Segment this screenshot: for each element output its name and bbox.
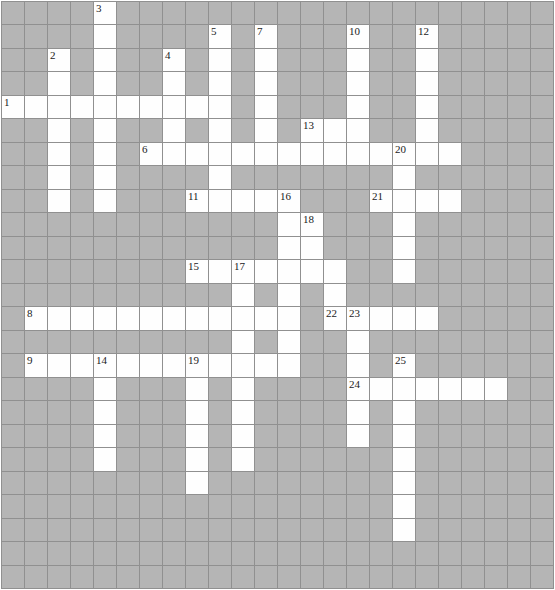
blocked-cell-r5c20 [462, 119, 484, 141]
blocked-cell-r22c2 [48, 519, 70, 541]
blocked-cell-r0c7 [163, 2, 185, 24]
answer-cell-r18c17[interactable] [393, 425, 415, 447]
blocked-cell-r3c20 [462, 72, 484, 94]
blocked-cell-r24c7 [163, 566, 185, 588]
blocked-cell-r0c9 [209, 2, 231, 24]
blocked-cell-r6c5 [117, 143, 139, 165]
answer-cell-r6c7[interactable] [163, 143, 185, 165]
answer-cell-r15c4[interactable]: 14 [94, 354, 116, 376]
blocked-cell-r24c16 [370, 566, 392, 588]
answer-cell-r13c3[interactable] [71, 307, 93, 329]
blocked-cell-r17c5 [117, 401, 139, 423]
answer-cell-r5c2[interactable] [48, 119, 70, 141]
answer-cell-r3c18[interactable] [416, 72, 438, 94]
answer-cell-r9c17[interactable] [393, 213, 415, 235]
answer-cell-r15c3[interactable] [71, 354, 93, 376]
blocked-cell-r24c17 [393, 566, 415, 588]
blocked-cell-r10c0 [2, 237, 24, 259]
blocked-cell-r17c23 [531, 401, 553, 423]
answer-cell-r4c3[interactable] [71, 96, 93, 118]
answer-cell-r8c4[interactable] [94, 190, 116, 212]
answer-cell-r16c16[interactable] [370, 378, 392, 400]
answer-cell-r11c9[interactable] [209, 260, 231, 282]
blocked-cell-r18c18 [416, 425, 438, 447]
answer-cell-r12c14[interactable] [324, 284, 346, 306]
blocked-cell-r8c13 [301, 190, 323, 212]
answer-cell-r13c16[interactable] [370, 307, 392, 329]
answer-cell-r3c15[interactable] [347, 72, 369, 94]
answer-cell-r1c11[interactable]: 7 [255, 25, 277, 47]
answer-cell-r8c16[interactable]: 21 [370, 190, 392, 212]
blocked-cell-r20c21 [485, 472, 507, 494]
blocked-cell-r11c15 [347, 260, 369, 282]
blocked-cell-r20c7 [163, 472, 185, 494]
answer-cell-r3c11[interactable] [255, 72, 277, 94]
blocked-cell-r9c21 [485, 213, 507, 235]
answer-cell-r4c5[interactable] [117, 96, 139, 118]
blocked-cell-r9c1 [25, 213, 47, 235]
blocked-cell-r5c8 [186, 119, 208, 141]
answer-cell-r9c12[interactable] [278, 213, 300, 235]
answer-cell-r1c15[interactable]: 10 [347, 25, 369, 47]
answer-cell-r4c15[interactable] [347, 96, 369, 118]
answer-cell-r13c5[interactable] [117, 307, 139, 329]
answer-cell-r13c2[interactable] [48, 307, 70, 329]
answer-cell-r3c4[interactable] [94, 72, 116, 94]
blocked-cell-r17c0 [2, 401, 24, 423]
blocked-cell-r12c1 [25, 284, 47, 306]
answer-cell-r13c9[interactable] [209, 307, 231, 329]
blocked-cell-r2c8 [186, 49, 208, 71]
blocked-cell-r11c20 [462, 260, 484, 282]
blocked-cell-r17c20 [462, 401, 484, 423]
blocked-cell-r19c11 [255, 448, 277, 470]
answer-cell-r13c14[interactable]: 22 [324, 307, 346, 329]
answer-cell-r2c2[interactable]: 2 [48, 49, 70, 71]
blocked-cell-r2c16 [370, 49, 392, 71]
answer-cell-r9c13[interactable]: 18 [301, 213, 323, 235]
blocked-cell-r23c2 [48, 542, 70, 564]
answer-cell-r5c11[interactable] [255, 119, 277, 141]
clue-number-10: 10 [349, 25, 360, 37]
blocked-cell-r22c8 [186, 519, 208, 541]
blocked-cell-r9c0 [2, 213, 24, 235]
answer-cell-r11c17[interactable] [393, 260, 415, 282]
answer-cell-r15c2[interactable] [48, 354, 70, 376]
blocked-cell-r13c19 [439, 307, 461, 329]
answer-cell-r19c10[interactable] [232, 448, 254, 470]
answer-cell-r6c6[interactable]: 6 [140, 143, 162, 165]
blocked-cell-r8c22 [508, 190, 530, 212]
blocked-cell-r12c23 [531, 284, 553, 306]
answer-cell-r6c17[interactable]: 20 [393, 143, 415, 165]
blocked-cell-r23c14 [324, 542, 346, 564]
blocked-cell-r24c19 [439, 566, 461, 588]
blocked-cell-r4c10 [232, 96, 254, 118]
blocked-cell-r17c1 [25, 401, 47, 423]
blocked-cell-r21c3 [71, 495, 93, 517]
blocked-cell-r23c13 [301, 542, 323, 564]
answer-cell-r5c18[interactable] [416, 119, 438, 141]
blocked-cell-r2c12 [278, 49, 300, 71]
answer-cell-r22c17[interactable] [393, 519, 415, 541]
answer-cell-r4c11[interactable] [255, 96, 277, 118]
answer-cell-r10c13[interactable] [301, 237, 323, 259]
answer-cell-r19c4[interactable] [94, 448, 116, 470]
answer-cell-r13c1[interactable]: 8 [25, 307, 47, 329]
answer-cell-r13c10[interactable] [232, 307, 254, 329]
answer-cell-r13c4[interactable] [94, 307, 116, 329]
blocked-cell-r15c19 [439, 354, 461, 376]
answer-cell-r16c19[interactable] [439, 378, 461, 400]
answer-cell-r16c21[interactable] [485, 378, 507, 400]
answer-cell-r11c8[interactable]: 15 [186, 260, 208, 282]
blocked-cell-r20c16 [370, 472, 392, 494]
answer-cell-r18c4[interactable] [94, 425, 116, 447]
answer-cell-r13c7[interactable] [163, 307, 185, 329]
answer-cell-r13c11[interactable] [255, 307, 277, 329]
blocked-cell-r8c3 [71, 190, 93, 212]
answer-cell-r6c12[interactable] [278, 143, 300, 165]
blocked-cell-r18c9 [209, 425, 231, 447]
answer-cell-r10c12[interactable] [278, 237, 300, 259]
blocked-cell-r14c16 [370, 331, 392, 353]
blocked-cell-r8c7 [163, 190, 185, 212]
answer-cell-r15c15[interactable] [347, 354, 369, 376]
blocked-cell-r10c11 [255, 237, 277, 259]
blocked-cell-r5c19 [439, 119, 461, 141]
blocked-cell-r21c9 [209, 495, 231, 517]
answer-cell-r4c0[interactable]: 1 [2, 96, 24, 118]
blocked-cell-r12c8 [186, 284, 208, 306]
answer-cell-r13c6[interactable] [140, 307, 162, 329]
answer-cell-r1c18[interactable]: 12 [416, 25, 438, 47]
blocked-cell-r3c1 [25, 72, 47, 94]
answer-cell-r15c11[interactable] [255, 354, 277, 376]
answer-cell-r4c8[interactable] [186, 96, 208, 118]
answer-cell-r15c1[interactable]: 9 [25, 354, 47, 376]
answer-cell-r18c15[interactable] [347, 425, 369, 447]
blocked-cell-r21c21 [485, 495, 507, 517]
answer-cell-r17c15[interactable] [347, 401, 369, 423]
blocked-cell-r6c21 [485, 143, 507, 165]
answer-cell-r19c8[interactable] [186, 448, 208, 470]
answer-cell-r21c17[interactable] [393, 495, 415, 517]
answer-cell-r4c2[interactable] [48, 96, 70, 118]
blocked-cell-r22c14 [324, 519, 346, 541]
blocked-cell-r7c21 [485, 166, 507, 188]
blocked-cell-r0c13 [301, 2, 323, 24]
blocked-cell-r15c13 [301, 354, 323, 376]
blocked-cell-r7c1 [25, 166, 47, 188]
answer-cell-r5c15[interactable] [347, 119, 369, 141]
answer-cell-r7c17[interactable] [393, 166, 415, 188]
answer-cell-r15c8[interactable]: 19 [186, 354, 208, 376]
answer-cell-r5c4[interactable] [94, 119, 116, 141]
blocked-cell-r21c8 [186, 495, 208, 517]
answer-cell-r5c7[interactable] [163, 119, 185, 141]
answer-cell-r2c7[interactable]: 4 [163, 49, 185, 71]
answer-cell-r12c10[interactable] [232, 284, 254, 306]
blocked-cell-r9c19 [439, 213, 461, 235]
answer-cell-r6c16[interactable] [370, 143, 392, 165]
answer-cell-r2c11[interactable] [255, 49, 277, 71]
answer-cell-r6c19[interactable] [439, 143, 461, 165]
blocked-cell-r4c22 [508, 96, 530, 118]
blocked-cell-r4c14 [324, 96, 346, 118]
blocked-cell-r24c12 [278, 566, 300, 588]
answer-cell-r4c1[interactable] [25, 96, 47, 118]
answer-cell-r8c18[interactable] [416, 190, 438, 212]
answer-cell-r15c5[interactable] [117, 354, 139, 376]
answer-cell-r7c9[interactable] [209, 166, 231, 188]
answer-cell-r16c8[interactable] [186, 378, 208, 400]
answer-cell-r2c15[interactable] [347, 49, 369, 71]
answer-cell-r1c4[interactable] [94, 25, 116, 47]
blocked-cell-r14c22 [508, 331, 530, 353]
blocked-cell-r11c21 [485, 260, 507, 282]
blocked-cell-r0c20 [462, 2, 484, 24]
clue-number-14: 14 [96, 354, 107, 366]
answer-cell-r6c11[interactable] [255, 143, 277, 165]
blocked-cell-r1c8 [186, 25, 208, 47]
answer-cell-r4c4[interactable] [94, 96, 116, 118]
blocked-cell-r23c6 [140, 542, 162, 564]
answer-cell-r20c17[interactable] [393, 472, 415, 494]
answer-cell-r15c7[interactable] [163, 354, 185, 376]
blocked-cell-r8c15 [347, 190, 369, 212]
answer-cell-r16c20[interactable] [462, 378, 484, 400]
blocked-cell-r12c15 [347, 284, 369, 306]
answer-cell-r16c15[interactable]: 24 [347, 378, 369, 400]
answer-cell-r4c9[interactable] [209, 96, 231, 118]
blocked-cell-r6c0 [2, 143, 24, 165]
answer-cell-r6c2[interactable] [48, 143, 70, 165]
answer-cell-r16c17[interactable] [393, 378, 415, 400]
answer-cell-r6c14[interactable] [324, 143, 346, 165]
blocked-cell-r24c5 [117, 566, 139, 588]
blocked-cell-r20c19 [439, 472, 461, 494]
answer-cell-r8c19[interactable] [439, 190, 461, 212]
blocked-cell-r21c5 [117, 495, 139, 517]
answer-cell-r11c12[interactable] [278, 260, 300, 282]
blocked-cell-r12c21 [485, 284, 507, 306]
blocked-cell-r7c14 [324, 166, 346, 188]
answer-cell-r6c13[interactable] [301, 143, 323, 165]
answer-cell-r8c17[interactable] [393, 190, 415, 212]
answer-cell-r7c4[interactable] [94, 166, 116, 188]
answer-cell-r18c10[interactable] [232, 425, 254, 447]
blocked-cell-r0c23 [531, 2, 553, 24]
clue-number-16: 16 [280, 190, 291, 202]
answer-cell-r8c9[interactable] [209, 190, 231, 212]
blocked-cell-r1c23 [531, 25, 553, 47]
blocked-cell-r8c6 [140, 190, 162, 212]
blocked-cell-r24c0 [2, 566, 24, 588]
answer-cell-r5c14[interactable] [324, 119, 346, 141]
answer-cell-r6c15[interactable] [347, 143, 369, 165]
blocked-cell-r2c0 [2, 49, 24, 71]
answer-cell-r15c17[interactable]: 25 [393, 354, 415, 376]
crossword-grid: 3571012241136201116211815178222391419252… [1, 1, 554, 589]
answer-cell-r16c10[interactable] [232, 378, 254, 400]
blocked-cell-r23c11 [255, 542, 277, 564]
blocked-cell-r3c17 [393, 72, 415, 94]
blocked-cell-r14c11 [255, 331, 277, 353]
blocked-cell-r1c6 [140, 25, 162, 47]
blocked-cell-r10c19 [439, 237, 461, 259]
blocked-cell-r19c13 [301, 448, 323, 470]
answer-cell-r13c17[interactable] [393, 307, 415, 329]
answer-cell-r13c18[interactable] [416, 307, 438, 329]
blocked-cell-r5c22 [508, 119, 530, 141]
answer-cell-r2c18[interactable] [416, 49, 438, 71]
blocked-cell-r11c6 [140, 260, 162, 282]
blocked-cell-r23c1 [25, 542, 47, 564]
blocked-cell-r23c15 [347, 542, 369, 564]
answer-cell-r3c7[interactable] [163, 72, 185, 94]
blocked-cell-r16c11 [255, 378, 277, 400]
answer-cell-r2c4[interactable] [94, 49, 116, 71]
blocked-cell-r22c1 [25, 519, 47, 541]
blocked-cell-r17c21 [485, 401, 507, 423]
blocked-cell-r10c6 [140, 237, 162, 259]
blocked-cell-r18c12 [278, 425, 300, 447]
answer-cell-r6c9[interactable] [209, 143, 231, 165]
blocked-cell-r9c15 [347, 213, 369, 235]
blocked-cell-r0c12 [278, 2, 300, 24]
answer-cell-r8c11[interactable] [255, 190, 277, 212]
blocked-cell-r9c5 [117, 213, 139, 235]
answer-cell-r2c9[interactable] [209, 49, 231, 71]
clue-number-12: 12 [418, 25, 429, 37]
blocked-cell-r11c7 [163, 260, 185, 282]
answer-cell-r6c10[interactable] [232, 143, 254, 165]
answer-cell-r4c6[interactable] [140, 96, 162, 118]
blocked-cell-r18c22 [508, 425, 530, 447]
blocked-cell-r0c5 [117, 2, 139, 24]
blocked-cell-r12c0 [2, 284, 24, 306]
blocked-cell-r8c14 [324, 190, 346, 212]
answer-cell-r16c4[interactable] [94, 378, 116, 400]
blocked-cell-r10c18 [416, 237, 438, 259]
answer-cell-r11c14[interactable] [324, 260, 346, 282]
blocked-cell-r22c20 [462, 519, 484, 541]
answer-cell-r1c9[interactable]: 5 [209, 25, 231, 47]
blocked-cell-r0c18 [416, 2, 438, 24]
clue-number-24: 24 [349, 378, 360, 390]
blocked-cell-r14c13 [301, 331, 323, 353]
blocked-cell-r8c21 [485, 190, 507, 212]
answer-cell-r5c13[interactable]: 13 [301, 119, 323, 141]
answer-cell-r7c2[interactable] [48, 166, 70, 188]
blocked-cell-r2c5 [117, 49, 139, 71]
answer-cell-r8c10[interactable] [232, 190, 254, 212]
blocked-cell-r24c23 [531, 566, 553, 588]
blocked-cell-r21c1 [25, 495, 47, 517]
answer-cell-r17c8[interactable] [186, 401, 208, 423]
answer-cell-r15c6[interactable] [140, 354, 162, 376]
answer-cell-r6c18[interactable] [416, 143, 438, 165]
answer-cell-r18c8[interactable] [186, 425, 208, 447]
clue-number-8: 8 [27, 307, 33, 319]
answer-cell-r3c2[interactable] [48, 72, 70, 94]
answer-cell-r11c10[interactable]: 17 [232, 260, 254, 282]
answer-cell-r6c4[interactable] [94, 143, 116, 165]
crossword-page: 3571012241136201116211815178222391419252… [0, 0, 555, 590]
blocked-cell-r13c23 [531, 307, 553, 329]
blocked-cell-r9c6 [140, 213, 162, 235]
blocked-cell-r18c20 [462, 425, 484, 447]
answer-cell-r14c12[interactable] [278, 331, 300, 353]
clue-number-7: 7 [257, 25, 263, 37]
answer-cell-r15c9[interactable] [209, 354, 231, 376]
answer-cell-r4c18[interactable] [416, 96, 438, 118]
answer-cell-r15c12[interactable] [278, 354, 300, 376]
blocked-cell-r17c16 [370, 401, 392, 423]
answer-cell-r17c10[interactable] [232, 401, 254, 423]
blocked-cell-r8c0 [2, 190, 24, 212]
answer-cell-r6c8[interactable] [186, 143, 208, 165]
blocked-cell-r15c14 [324, 354, 346, 376]
answer-cell-r0c4[interactable]: 3 [94, 2, 116, 24]
answer-cell-r14c15[interactable] [347, 331, 369, 353]
blocked-cell-r21c11 [255, 495, 277, 517]
blocked-cell-r5c12 [278, 119, 300, 141]
blocked-cell-r7c15 [347, 166, 369, 188]
blocked-cell-r23c20 [462, 542, 484, 564]
answer-cell-r20c8[interactable] [186, 472, 208, 494]
answer-cell-r14c10[interactable] [232, 331, 254, 353]
blocked-cell-r3c10 [232, 72, 254, 94]
answer-cell-r3c9[interactable] [209, 72, 231, 94]
answer-cell-r19c17[interactable] [393, 448, 415, 470]
answer-cell-r13c12[interactable] [278, 307, 300, 329]
answer-cell-r16c18[interactable] [416, 378, 438, 400]
blocked-cell-r12c17 [393, 284, 415, 306]
blocked-cell-r24c4 [94, 566, 116, 588]
answer-cell-r10c17[interactable] [393, 237, 415, 259]
blocked-cell-r20c3 [71, 472, 93, 494]
blocked-cell-r7c22 [508, 166, 530, 188]
blocked-cell-r12c22 [508, 284, 530, 306]
blocked-cell-r4c20 [462, 96, 484, 118]
answer-cell-r8c2[interactable] [48, 190, 70, 212]
answer-cell-r13c8[interactable] [186, 307, 208, 329]
blocked-cell-r3c19 [439, 72, 461, 94]
answer-cell-r11c13[interactable] [301, 260, 323, 282]
answer-cell-r13c15[interactable]: 23 [347, 307, 369, 329]
blocked-cell-r2c17 [393, 49, 415, 71]
answer-cell-r8c8[interactable]: 11 [186, 190, 208, 212]
blocked-cell-r19c18 [416, 448, 438, 470]
answer-cell-r8c12[interactable]: 16 [278, 190, 300, 212]
answer-cell-r12c12[interactable] [278, 284, 300, 306]
blocked-cell-r20c4 [94, 472, 116, 494]
answer-cell-r4c7[interactable] [163, 96, 185, 118]
blocked-cell-r0c3 [71, 2, 93, 24]
answer-cell-r15c10[interactable] [232, 354, 254, 376]
blocked-cell-r1c0 [2, 25, 24, 47]
blocked-cell-r2c19 [439, 49, 461, 71]
answer-cell-r17c4[interactable] [94, 401, 116, 423]
blocked-cell-r23c9 [209, 542, 231, 564]
answer-cell-r5c9[interactable] [209, 119, 231, 141]
blocked-cell-r1c2 [48, 25, 70, 47]
answer-cell-r17c17[interactable] [393, 401, 415, 423]
answer-cell-r11c11[interactable] [255, 260, 277, 282]
blocked-cell-r18c13 [301, 425, 323, 447]
